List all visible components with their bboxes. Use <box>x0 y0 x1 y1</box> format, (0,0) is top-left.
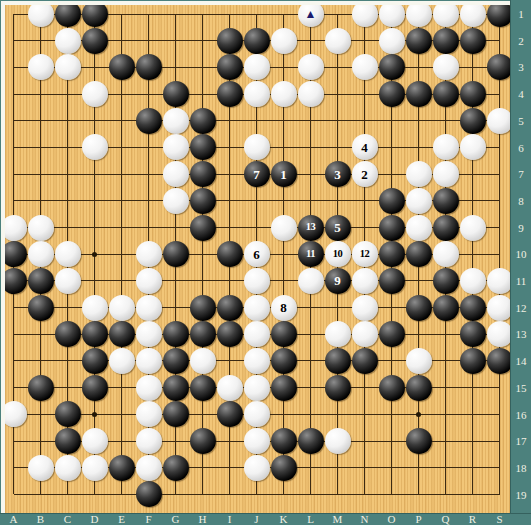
board-point-J3[interactable] <box>243 54 270 81</box>
board-point-E6[interactable] <box>108 134 135 161</box>
board-point-K17[interactable] <box>270 428 297 455</box>
board-point-Q10[interactable] <box>432 241 459 268</box>
board-point-F11[interactable] <box>135 268 162 295</box>
board-point-Q5[interactable] <box>432 107 459 134</box>
board-point-A13[interactable] <box>5 321 27 348</box>
board-point-R12[interactable] <box>459 294 486 321</box>
board-point-C7[interactable] <box>54 161 81 188</box>
board-point-B19[interactable] <box>27 481 54 508</box>
board-point-D16[interactable] <box>81 401 108 428</box>
board-point-N4[interactable] <box>351 81 378 108</box>
board-point-M10[interactable]: 10 <box>324 241 351 268</box>
board-point-F12[interactable] <box>135 294 162 321</box>
board-point-D5[interactable] <box>81 107 108 134</box>
board-point-G6[interactable] <box>162 134 189 161</box>
board-point-L14[interactable] <box>297 348 324 375</box>
board-point-D15[interactable] <box>81 374 108 401</box>
board-point-F6[interactable] <box>135 134 162 161</box>
board-point-O2[interactable] <box>378 27 405 54</box>
board-point-C19[interactable] <box>54 481 81 508</box>
board-point-K1[interactable] <box>270 5 297 27</box>
board-point-N10[interactable]: 12 <box>351 241 378 268</box>
board-point-D1[interactable] <box>81 5 108 27</box>
board-point-R17[interactable] <box>459 428 486 455</box>
board-point-K11[interactable] <box>270 268 297 295</box>
board-point-B5[interactable] <box>27 107 54 134</box>
board-point-B4[interactable] <box>27 81 54 108</box>
board-point-R5[interactable] <box>459 107 486 134</box>
board-point-C13[interactable] <box>54 321 81 348</box>
board-point-H13[interactable] <box>189 321 216 348</box>
board-point-K9[interactable] <box>270 214 297 241</box>
board-point-G14[interactable] <box>162 348 189 375</box>
board-point-G10[interactable] <box>162 241 189 268</box>
board-point-A16[interactable] <box>5 401 27 428</box>
board-point-Q18[interactable] <box>432 454 459 481</box>
board-point-G19[interactable] <box>162 481 189 508</box>
board-point-B9[interactable] <box>27 214 54 241</box>
board-point-S11[interactable] <box>486 268 510 295</box>
board-point-C3[interactable] <box>54 54 81 81</box>
board-point-L2[interactable] <box>297 27 324 54</box>
board-point-P10[interactable] <box>405 241 432 268</box>
board-point-C8[interactable] <box>54 187 81 214</box>
board-point-C16[interactable] <box>54 401 81 428</box>
board-point-P4[interactable] <box>405 81 432 108</box>
board-point-Q7[interactable] <box>432 161 459 188</box>
board-point-A7[interactable] <box>5 161 27 188</box>
board-point-B3[interactable] <box>27 54 54 81</box>
board-point-A12[interactable] <box>5 294 27 321</box>
board-point-M13[interactable] <box>324 321 351 348</box>
board-point-A18[interactable] <box>5 454 27 481</box>
board-point-N9[interactable] <box>351 214 378 241</box>
board-point-K16[interactable] <box>270 401 297 428</box>
board-point-L19[interactable] <box>297 481 324 508</box>
board-point-J8[interactable] <box>243 187 270 214</box>
board-point-N13[interactable] <box>351 321 378 348</box>
board-point-B6[interactable] <box>27 134 54 161</box>
board-point-P6[interactable] <box>405 134 432 161</box>
board-point-E7[interactable] <box>108 161 135 188</box>
board-point-E2[interactable] <box>108 27 135 54</box>
board-point-M1[interactable] <box>324 5 351 27</box>
board-point-S4[interactable] <box>486 81 510 108</box>
board-point-L18[interactable] <box>297 454 324 481</box>
board-point-F16[interactable] <box>135 401 162 428</box>
board-point-G12[interactable] <box>162 294 189 321</box>
board-point-L5[interactable] <box>297 107 324 134</box>
board-point-F5[interactable] <box>135 107 162 134</box>
board-point-A9[interactable] <box>5 214 27 241</box>
board-point-D7[interactable] <box>81 161 108 188</box>
board-point-A5[interactable] <box>5 107 27 134</box>
board-point-L12[interactable] <box>297 294 324 321</box>
board-point-G16[interactable] <box>162 401 189 428</box>
board-point-D14[interactable] <box>81 348 108 375</box>
board-point-A14[interactable] <box>5 348 27 375</box>
board-point-D18[interactable] <box>81 454 108 481</box>
board-point-R4[interactable] <box>459 81 486 108</box>
board-point-Q2[interactable] <box>432 27 459 54</box>
board-point-I18[interactable] <box>216 454 243 481</box>
board-point-R18[interactable] <box>459 454 486 481</box>
board-point-B17[interactable] <box>27 428 54 455</box>
board-point-C1[interactable] <box>54 5 81 27</box>
board-point-M12[interactable] <box>324 294 351 321</box>
board-point-K12[interactable]: 8 <box>270 294 297 321</box>
board-point-S10[interactable] <box>486 241 510 268</box>
board-point-N1[interactable] <box>351 5 378 27</box>
board-point-M8[interactable] <box>324 187 351 214</box>
board-point-B7[interactable] <box>27 161 54 188</box>
board-point-M17[interactable] <box>324 428 351 455</box>
board-point-M6[interactable] <box>324 134 351 161</box>
board-point-L15[interactable] <box>297 374 324 401</box>
board-point-E16[interactable] <box>108 401 135 428</box>
board-point-N16[interactable] <box>351 401 378 428</box>
board-point-L4[interactable] <box>297 81 324 108</box>
board-point-O7[interactable] <box>378 161 405 188</box>
board-point-L9[interactable]: 13 <box>297 214 324 241</box>
board-point-E5[interactable] <box>108 107 135 134</box>
board-point-D12[interactable] <box>81 294 108 321</box>
board-point-L17[interactable] <box>297 428 324 455</box>
board-point-D2[interactable] <box>81 27 108 54</box>
board-point-I3[interactable] <box>216 54 243 81</box>
board-point-K2[interactable] <box>270 27 297 54</box>
board-point-I16[interactable] <box>216 401 243 428</box>
board-point-D13[interactable] <box>81 321 108 348</box>
board-point-D19[interactable] <box>81 481 108 508</box>
board-point-A2[interactable] <box>5 27 27 54</box>
board-point-C17[interactable] <box>54 428 81 455</box>
board-point-Q19[interactable] <box>432 481 459 508</box>
board-point-G1[interactable] <box>162 5 189 27</box>
board-point-E9[interactable] <box>108 214 135 241</box>
board-point-K7[interactable]: 1 <box>270 161 297 188</box>
board-point-R15[interactable] <box>459 374 486 401</box>
board-point-H8[interactable] <box>189 187 216 214</box>
board-point-N14[interactable] <box>351 348 378 375</box>
board-point-H6[interactable] <box>189 134 216 161</box>
board-point-Q8[interactable] <box>432 187 459 214</box>
board-point-O4[interactable] <box>378 81 405 108</box>
board-point-D6[interactable] <box>81 134 108 161</box>
board-point-P1[interactable] <box>405 5 432 27</box>
board-point-D9[interactable] <box>81 214 108 241</box>
board-point-A15[interactable] <box>5 374 27 401</box>
board-point-R3[interactable] <box>459 54 486 81</box>
board-point-S7[interactable] <box>486 161 510 188</box>
board-point-C15[interactable] <box>54 374 81 401</box>
board-point-P5[interactable] <box>405 107 432 134</box>
board-point-Q9[interactable] <box>432 214 459 241</box>
board-point-M15[interactable] <box>324 374 351 401</box>
board-point-J17[interactable] <box>243 428 270 455</box>
board-point-S17[interactable] <box>486 428 510 455</box>
board-point-O5[interactable] <box>378 107 405 134</box>
board-point-A1[interactable] <box>5 5 27 27</box>
board-point-D4[interactable] <box>81 81 108 108</box>
board-point-F3[interactable] <box>135 54 162 81</box>
board-point-C5[interactable] <box>54 107 81 134</box>
board-point-B10[interactable] <box>27 241 54 268</box>
board-point-H2[interactable] <box>189 27 216 54</box>
board-point-S13[interactable] <box>486 321 510 348</box>
board-point-C18[interactable] <box>54 454 81 481</box>
board-point-N2[interactable] <box>351 27 378 54</box>
board-point-I1[interactable] <box>216 5 243 27</box>
board-point-B2[interactable] <box>27 27 54 54</box>
board-point-J16[interactable] <box>243 401 270 428</box>
board-point-R19[interactable] <box>459 481 486 508</box>
board-point-F13[interactable] <box>135 321 162 348</box>
board-point-H17[interactable] <box>189 428 216 455</box>
board-point-J6[interactable] <box>243 134 270 161</box>
board-point-P12[interactable] <box>405 294 432 321</box>
board-point-I12[interactable] <box>216 294 243 321</box>
board-point-L10[interactable]: 11 <box>297 241 324 268</box>
board-point-F14[interactable] <box>135 348 162 375</box>
board-point-C2[interactable] <box>54 27 81 54</box>
board-point-I9[interactable] <box>216 214 243 241</box>
board-point-E11[interactable] <box>108 268 135 295</box>
board-point-F17[interactable] <box>135 428 162 455</box>
board-point-P3[interactable] <box>405 54 432 81</box>
board-point-H1[interactable] <box>189 5 216 27</box>
board-point-S3[interactable] <box>486 54 510 81</box>
board-point-I13[interactable] <box>216 321 243 348</box>
board-point-B11[interactable] <box>27 268 54 295</box>
board-point-M5[interactable] <box>324 107 351 134</box>
board-point-O13[interactable] <box>378 321 405 348</box>
board-point-L1[interactable]: ▲ <box>297 5 324 27</box>
board-point-L7[interactable] <box>297 161 324 188</box>
board-point-Q12[interactable] <box>432 294 459 321</box>
board-point-P13[interactable] <box>405 321 432 348</box>
board-point-F7[interactable] <box>135 161 162 188</box>
board-point-N3[interactable] <box>351 54 378 81</box>
board-point-M4[interactable] <box>324 81 351 108</box>
board-point-I6[interactable] <box>216 134 243 161</box>
board-point-Q13[interactable] <box>432 321 459 348</box>
board-point-K14[interactable] <box>270 348 297 375</box>
board-point-I15[interactable] <box>216 374 243 401</box>
board-point-J18[interactable] <box>243 454 270 481</box>
board-point-A8[interactable] <box>5 187 27 214</box>
board-point-M18[interactable] <box>324 454 351 481</box>
board-point-Q6[interactable] <box>432 134 459 161</box>
board-point-B13[interactable] <box>27 321 54 348</box>
board-point-S6[interactable] <box>486 134 510 161</box>
board-point-G4[interactable] <box>162 81 189 108</box>
board-point-J15[interactable] <box>243 374 270 401</box>
board-point-P18[interactable] <box>405 454 432 481</box>
board-point-F9[interactable] <box>135 214 162 241</box>
board-point-I5[interactable] <box>216 107 243 134</box>
board-point-D8[interactable] <box>81 187 108 214</box>
board-point-R1[interactable] <box>459 5 486 27</box>
board-point-R6[interactable] <box>459 134 486 161</box>
board-point-J12[interactable] <box>243 294 270 321</box>
board-point-J2[interactable] <box>243 27 270 54</box>
board-point-H10[interactable] <box>189 241 216 268</box>
board-point-S8[interactable] <box>486 187 510 214</box>
board-point-Q16[interactable] <box>432 401 459 428</box>
board-point-H5[interactable] <box>189 107 216 134</box>
board-point-E1[interactable] <box>108 5 135 27</box>
board-point-H16[interactable] <box>189 401 216 428</box>
board-point-F1[interactable] <box>135 5 162 27</box>
board-point-P19[interactable] <box>405 481 432 508</box>
board-point-A19[interactable] <box>5 481 27 508</box>
board-point-E19[interactable] <box>108 481 135 508</box>
board-point-J11[interactable] <box>243 268 270 295</box>
board-point-G3[interactable] <box>162 54 189 81</box>
board-point-E18[interactable] <box>108 454 135 481</box>
board-point-A3[interactable] <box>5 54 27 81</box>
board-point-G15[interactable] <box>162 374 189 401</box>
board-point-J10[interactable]: 6 <box>243 241 270 268</box>
board-point-N11[interactable] <box>351 268 378 295</box>
board-point-S2[interactable] <box>486 27 510 54</box>
board-point-F4[interactable] <box>135 81 162 108</box>
board-point-P7[interactable] <box>405 161 432 188</box>
board-point-S15[interactable] <box>486 374 510 401</box>
board-point-E10[interactable] <box>108 241 135 268</box>
board-point-E15[interactable] <box>108 374 135 401</box>
board-point-R8[interactable] <box>459 187 486 214</box>
board-point-J14[interactable] <box>243 348 270 375</box>
board-point-S9[interactable] <box>486 214 510 241</box>
board-point-C14[interactable] <box>54 348 81 375</box>
board-point-P17[interactable] <box>405 428 432 455</box>
board-point-L6[interactable] <box>297 134 324 161</box>
board-point-O1[interactable] <box>378 5 405 27</box>
board-point-O15[interactable] <box>378 374 405 401</box>
board-point-H14[interactable] <box>189 348 216 375</box>
board-point-R9[interactable] <box>459 214 486 241</box>
board-point-Q4[interactable] <box>432 81 459 108</box>
board-point-I8[interactable] <box>216 187 243 214</box>
board-point-M7[interactable]: 3 <box>324 161 351 188</box>
board-point-G7[interactable] <box>162 161 189 188</box>
board-point-K5[interactable] <box>270 107 297 134</box>
board-point-J5[interactable] <box>243 107 270 134</box>
board-point-G5[interactable] <box>162 107 189 134</box>
board-point-M9[interactable]: 5 <box>324 214 351 241</box>
board-point-P11[interactable] <box>405 268 432 295</box>
board-point-R13[interactable] <box>459 321 486 348</box>
board-point-R11[interactable] <box>459 268 486 295</box>
board-point-L11[interactable] <box>297 268 324 295</box>
board-point-L8[interactable] <box>297 187 324 214</box>
board-point-E14[interactable] <box>108 348 135 375</box>
board-point-C9[interactable] <box>54 214 81 241</box>
board-point-S16[interactable] <box>486 401 510 428</box>
board-point-O12[interactable] <box>378 294 405 321</box>
board-point-H4[interactable] <box>189 81 216 108</box>
board-point-N8[interactable] <box>351 187 378 214</box>
board-point-G17[interactable] <box>162 428 189 455</box>
board-point-P14[interactable] <box>405 348 432 375</box>
board-point-M14[interactable] <box>324 348 351 375</box>
board-point-K3[interactable] <box>270 54 297 81</box>
board-point-D3[interactable] <box>81 54 108 81</box>
board-point-M11[interactable]: 9 <box>324 268 351 295</box>
board-point-H11[interactable] <box>189 268 216 295</box>
board-point-C4[interactable] <box>54 81 81 108</box>
board-point-N15[interactable] <box>351 374 378 401</box>
board-point-K8[interactable] <box>270 187 297 214</box>
board-point-F18[interactable] <box>135 454 162 481</box>
board-point-C12[interactable] <box>54 294 81 321</box>
board-point-A4[interactable] <box>5 81 27 108</box>
board-point-D17[interactable] <box>81 428 108 455</box>
board-point-Q15[interactable] <box>432 374 459 401</box>
board-point-H9[interactable] <box>189 214 216 241</box>
board-point-M19[interactable] <box>324 481 351 508</box>
board-point-I11[interactable] <box>216 268 243 295</box>
board-point-G9[interactable] <box>162 214 189 241</box>
board-point-O6[interactable] <box>378 134 405 161</box>
board-point-E13[interactable] <box>108 321 135 348</box>
board-point-H7[interactable] <box>189 161 216 188</box>
board-point-E12[interactable] <box>108 294 135 321</box>
board-point-B8[interactable] <box>27 187 54 214</box>
board-point-S12[interactable] <box>486 294 510 321</box>
board-point-D11[interactable] <box>81 268 108 295</box>
board-point-B12[interactable] <box>27 294 54 321</box>
board-point-S19[interactable] <box>486 481 510 508</box>
board-point-O17[interactable] <box>378 428 405 455</box>
board-point-H12[interactable] <box>189 294 216 321</box>
board-point-F19[interactable] <box>135 481 162 508</box>
board-point-I10[interactable] <box>216 241 243 268</box>
board-point-B1[interactable] <box>27 5 54 27</box>
board-point-I14[interactable] <box>216 348 243 375</box>
board-point-R7[interactable] <box>459 161 486 188</box>
board-point-J19[interactable] <box>243 481 270 508</box>
board-point-P15[interactable] <box>405 374 432 401</box>
board-point-O8[interactable] <box>378 187 405 214</box>
board-point-A17[interactable] <box>5 428 27 455</box>
board-point-J4[interactable] <box>243 81 270 108</box>
board-point-A11[interactable] <box>5 268 27 295</box>
board-point-N6[interactable]: 4 <box>351 134 378 161</box>
board-point-F15[interactable] <box>135 374 162 401</box>
board-point-B15[interactable] <box>27 374 54 401</box>
board-point-C6[interactable] <box>54 134 81 161</box>
board-point-D10[interactable] <box>81 241 108 268</box>
board-point-G18[interactable] <box>162 454 189 481</box>
board-point-O11[interactable] <box>378 268 405 295</box>
board-point-P2[interactable] <box>405 27 432 54</box>
board-point-Q11[interactable] <box>432 268 459 295</box>
board-point-F10[interactable] <box>135 241 162 268</box>
board-point-J9[interactable] <box>243 214 270 241</box>
board-point-F8[interactable] <box>135 187 162 214</box>
board-point-P9[interactable] <box>405 214 432 241</box>
board-point-G13[interactable] <box>162 321 189 348</box>
board-point-H19[interactable] <box>189 481 216 508</box>
board-point-B16[interactable] <box>27 401 54 428</box>
board-point-R16[interactable] <box>459 401 486 428</box>
board-point-A6[interactable] <box>5 134 27 161</box>
board-point-O3[interactable] <box>378 54 405 81</box>
board-point-G11[interactable] <box>162 268 189 295</box>
